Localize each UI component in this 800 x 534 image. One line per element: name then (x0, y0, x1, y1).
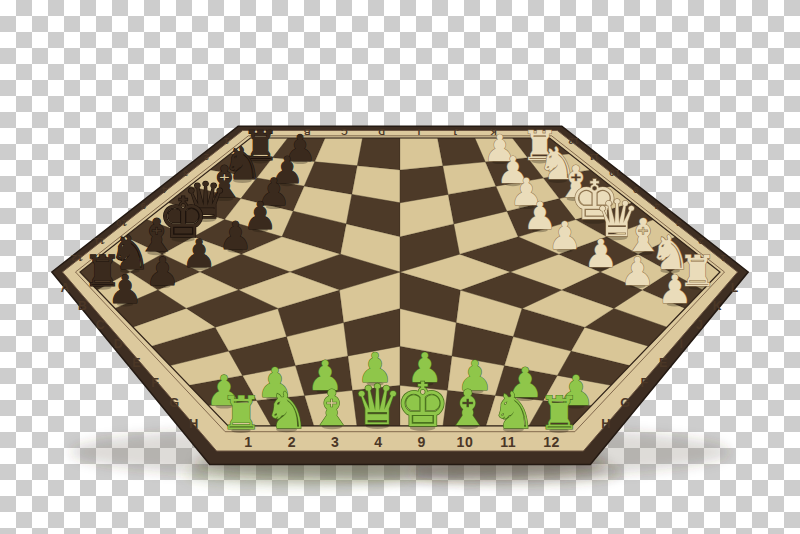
piece-green-rook-1H: ♜ (220, 386, 261, 440)
piece-dark-pawn-9B: ♟ (218, 213, 252, 258)
coord-label-lower_right-H: H (601, 416, 611, 431)
cell-12I (400, 138, 443, 170)
coord-label-lower_right-G: G (620, 395, 630, 410)
coord-label-upper_right-1: 1 (720, 253, 726, 264)
coord-label-lower_left-C: C (96, 318, 105, 332)
piece-white-pawn-4K: ♟ (547, 213, 581, 258)
piece-green-knight-2H: ♞ (264, 381, 309, 440)
coord-label-lower_left-G: G (169, 395, 179, 410)
piece-dark-pawn-11B: ♟ (145, 249, 180, 294)
coord-label-top-I: I (417, 127, 420, 137)
coord-label-lower_right-F: F (640, 376, 648, 390)
coord-label-lower_left-H: H (189, 416, 199, 431)
coord-label-lower_left-E: E (132, 356, 141, 370)
piece-white-pawn-2K: ♟ (620, 249, 655, 294)
coord-label-lower_left-D: D (114, 337, 123, 351)
coord-label-lower_right-E: E (659, 356, 668, 370)
coord-label-lower_left-B: B (78, 299, 87, 313)
coord-label-upper_left-12: 12 (71, 253, 83, 264)
coord-label-top-J: J (453, 127, 459, 137)
piece-green-rook-12H: ♜ (538, 386, 579, 440)
coord-label-lower_right-L: L (731, 281, 739, 295)
coord-label-lower_right-I: I (680, 337, 684, 351)
coord-label-lower_left-A: A (61, 281, 70, 295)
piece-white-pawn-3K: ♟ (583, 231, 618, 276)
piece-dark-pawn-12B: ♟ (107, 267, 142, 312)
coord-label-top-D: D (378, 127, 385, 137)
cell-1D (357, 138, 400, 170)
piece-green-bishop-3H: ♝ (310, 379, 354, 437)
piece-green-king-9H: ♚ (395, 370, 449, 440)
coord-label-lower_right-J: J (696, 318, 703, 332)
coord-label-lower_left-F: F (151, 376, 159, 390)
three-player-chess-board: Wooden three-player chess set: hexagonal… (0, 0, 800, 534)
coord-label-top-C: C (340, 127, 347, 137)
piece-dark-pawn-10B: ♟ (182, 231, 217, 276)
piece-green-knight-11H: ♞ (491, 381, 536, 440)
coord-label-lower_right-K: K (713, 299, 722, 313)
piece-green-bishop-10H: ♝ (446, 379, 490, 437)
piece-white-pawn-1K: ♟ (657, 267, 692, 312)
